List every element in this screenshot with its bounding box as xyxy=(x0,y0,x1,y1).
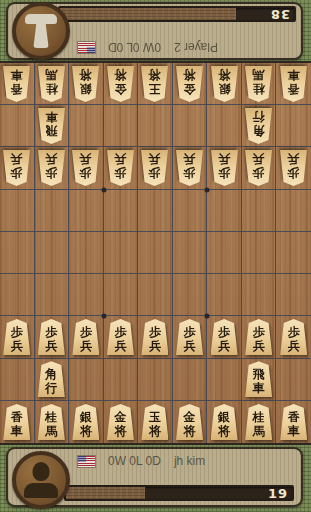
board-cell[interactable]: 歩兵 xyxy=(69,316,104,358)
shogi-piece[interactable]: 歩兵 xyxy=(141,319,168,355)
board-cell[interactable]: 歩兵 xyxy=(138,316,173,358)
board-cell[interactable] xyxy=(242,190,277,232)
piece-kanji: 歩兵 xyxy=(211,150,238,186)
board-cell[interactable]: 歩兵 xyxy=(207,147,242,189)
board-cell[interactable]: 歩兵 xyxy=(138,147,173,189)
board-cell[interactable]: 歩兵 xyxy=(0,316,35,358)
piece-kanji: 金将 xyxy=(107,66,134,102)
board-cell[interactable] xyxy=(276,105,311,147)
piece-kanji: 歩兵 xyxy=(245,150,272,186)
piece-kanji: 歩兵 xyxy=(176,319,203,355)
piece-kanji: 歩兵 xyxy=(38,150,65,186)
shogi-piece[interactable]: 銀将 xyxy=(211,404,238,440)
board-cell[interactable]: 歩兵 xyxy=(104,316,139,358)
board-cell[interactable]: 玉将 xyxy=(138,401,173,443)
piece-kanji: 歩兵 xyxy=(3,319,30,355)
shogi-piece[interactable]: 歩兵 xyxy=(3,319,30,355)
board-cell[interactable] xyxy=(173,359,208,401)
shogi-piece[interactable]: 香車 xyxy=(280,404,307,440)
top-timer-bar: 38 xyxy=(58,6,296,22)
board-cell[interactable]: 歩兵 xyxy=(35,147,70,189)
piece-kanji: 玉将 xyxy=(141,404,168,440)
shogi-piece[interactable]: 金将 xyxy=(107,66,134,102)
piece-kanji: 香車 xyxy=(3,66,30,102)
board-cell[interactable] xyxy=(0,190,35,232)
piece-kanji: 歩兵 xyxy=(72,150,99,186)
shogi-piece[interactable]: 歩兵 xyxy=(245,150,272,186)
piece-kanji: 歩兵 xyxy=(280,319,307,355)
board-cell[interactable] xyxy=(242,232,277,274)
shogi-piece[interactable]: 角行 xyxy=(245,108,272,144)
shogi-piece[interactable]: 桂馬 xyxy=(38,66,65,102)
board-cell[interactable] xyxy=(207,359,242,401)
piece-kanji: 飛車 xyxy=(245,361,272,397)
board-cell[interactable]: 金将 xyxy=(173,63,208,105)
board-cell[interactable] xyxy=(0,359,35,401)
board-cell[interactable] xyxy=(207,190,242,232)
board-cell[interactable] xyxy=(104,274,139,316)
piece-kanji: 銀将 xyxy=(211,404,238,440)
shogi-piece[interactable]: 歩兵 xyxy=(245,319,272,355)
board-cell[interactable]: 銀将 xyxy=(207,63,242,105)
board-cell[interactable]: 歩兵 xyxy=(173,147,208,189)
shogi-piece[interactable]: 歩兵 xyxy=(38,150,65,186)
board-cell[interactable]: 飛車 xyxy=(35,105,70,147)
shogi-piece[interactable]: 歩兵 xyxy=(141,150,168,186)
shogi-piece[interactable]: 飛車 xyxy=(38,108,65,144)
board-cell[interactable] xyxy=(35,232,70,274)
piece-kanji: 飛車 xyxy=(38,108,65,144)
board-cell[interactable] xyxy=(0,274,35,316)
star-point xyxy=(205,314,210,319)
bottom-timer-fill xyxy=(66,487,145,499)
piece-kanji: 角行 xyxy=(245,108,272,144)
board-cell[interactable] xyxy=(173,105,208,147)
shogi-piece[interactable]: 銀将 xyxy=(72,404,99,440)
piece-kanji: 金将 xyxy=(176,404,203,440)
board-cell[interactable] xyxy=(69,274,104,316)
board-cell[interactable] xyxy=(104,105,139,147)
board-cell[interactable]: 銀将 xyxy=(69,401,104,443)
top-player-name: Player 2 xyxy=(174,40,218,54)
piece-kanji: 王将 xyxy=(141,66,168,102)
shogi-piece[interactable]: 歩兵 xyxy=(72,150,99,186)
board-cell[interactable] xyxy=(242,274,277,316)
shogi-app-screen: { "game": "shogi", "position": { "sfen":… xyxy=(0,0,311,512)
board-cell[interactable]: 歩兵 xyxy=(207,316,242,358)
piece-kanji: 歩兵 xyxy=(211,319,238,355)
piece-kanji: 桂馬 xyxy=(38,66,65,102)
board-cell[interactable]: 角行 xyxy=(35,359,70,401)
shogi-piece[interactable]: 玉将 xyxy=(141,404,168,440)
piece-kanji: 桂馬 xyxy=(245,66,272,102)
board-cell[interactable]: 歩兵 xyxy=(276,316,311,358)
shogi-piece[interactable]: 香車 xyxy=(280,66,307,102)
top-player-panel: 38 0W 0L 0D Player 2 xyxy=(6,2,303,60)
board-cell[interactable]: 桂馬 xyxy=(35,63,70,105)
shogi-piece[interactable]: 歩兵 xyxy=(280,319,307,355)
piece-kanji: 角行 xyxy=(38,361,65,397)
shogi-piece[interactable]: 歩兵 xyxy=(72,319,99,355)
shogi-piece[interactable]: 王将 xyxy=(141,66,168,102)
board-cell[interactable] xyxy=(35,190,70,232)
board-cell[interactable]: 金将 xyxy=(104,63,139,105)
board-cell[interactable]: 桂馬 xyxy=(35,401,70,443)
bottom-player-record: 0W 0L 0D xyxy=(108,454,161,468)
board-cell[interactable]: 飛車 xyxy=(242,359,277,401)
board-cell[interactable] xyxy=(0,232,35,274)
shogi-piece[interactable]: 桂馬 xyxy=(245,404,272,440)
top-player-record: 0W 0L 0D xyxy=(108,40,161,54)
piece-kanji: 香車 xyxy=(280,66,307,102)
board-cell[interactable]: 香車 xyxy=(0,401,35,443)
board-cell[interactable]: 金将 xyxy=(104,401,139,443)
board-cell[interactable]: 桂馬 xyxy=(242,63,277,105)
board-cell[interactable]: 歩兵 xyxy=(276,147,311,189)
shogi-piece[interactable]: 香車 xyxy=(3,404,30,440)
shogi-piece[interactable]: 歩兵 xyxy=(107,319,134,355)
board-cell[interactable]: 桂馬 xyxy=(242,401,277,443)
shogi-piece[interactable]: 角行 xyxy=(38,361,65,397)
top-timer-fill xyxy=(60,8,236,20)
piece-kanji: 歩兵 xyxy=(245,319,272,355)
us-flag-icon xyxy=(78,42,95,53)
piece-kanji: 歩兵 xyxy=(107,150,134,186)
board-cell[interactable] xyxy=(173,190,208,232)
shogi-piece[interactable]: 歩兵 xyxy=(3,150,30,186)
top-timer-value: 38 xyxy=(270,7,290,22)
board-cell[interactable] xyxy=(207,105,242,147)
board-cell[interactable] xyxy=(138,190,173,232)
piece-kanji: 金将 xyxy=(107,404,134,440)
piece-kanji: 桂馬 xyxy=(245,404,272,440)
board-cell[interactable]: 王将 xyxy=(138,63,173,105)
piece-kanji: 香車 xyxy=(280,404,307,440)
piece-kanji: 金将 xyxy=(176,66,203,102)
board-cell[interactable] xyxy=(276,359,311,401)
board-cell[interactable] xyxy=(138,274,173,316)
piece-kanji: 香車 xyxy=(3,404,30,440)
board-cell[interactable]: 香車 xyxy=(276,63,311,105)
board-cell[interactable]: 銀将 xyxy=(69,63,104,105)
board-cell[interactable] xyxy=(207,274,242,316)
board-cell[interactable]: 歩兵 xyxy=(242,147,277,189)
piece-kanji: 歩兵 xyxy=(141,150,168,186)
board-cell[interactable]: 歩兵 xyxy=(173,316,208,358)
bottom-player-panel: 0W 0L 0D jh kim 19 xyxy=(6,447,303,507)
board-cell[interactable]: 歩兵 xyxy=(242,316,277,358)
star-point xyxy=(101,187,106,192)
piece-kanji: 桂馬 xyxy=(38,404,65,440)
board-cell[interactable] xyxy=(138,359,173,401)
board-cell[interactable]: 銀将 xyxy=(207,401,242,443)
bottom-timer-value: 19 xyxy=(268,486,288,501)
board-cell[interactable]: 金将 xyxy=(173,401,208,443)
bottom-player-info: 0W 0L 0D jh kim xyxy=(78,454,295,468)
shogi-board[interactable]: 香車桂馬銀将金将王将金将銀将桂馬香車飛車角行歩兵歩兵歩兵歩兵歩兵歩兵歩兵歩兵歩兵… xyxy=(0,61,311,445)
board-cell[interactable] xyxy=(69,105,104,147)
piece-kanji: 銀将 xyxy=(211,66,238,102)
shogi-piece[interactable]: 金将 xyxy=(107,404,134,440)
shogi-piece[interactable]: 銀将 xyxy=(211,66,238,102)
star-point xyxy=(205,187,210,192)
us-flag-icon xyxy=(78,456,95,467)
board-cell[interactable] xyxy=(207,232,242,274)
shogi-piece[interactable]: 歩兵 xyxy=(211,319,238,355)
board-cell[interactable] xyxy=(69,359,104,401)
board-cell[interactable] xyxy=(35,274,70,316)
shogi-piece[interactable]: 歩兵 xyxy=(38,319,65,355)
board-cell[interactable]: 歩兵 xyxy=(104,147,139,189)
shogi-piece[interactable]: 歩兵 xyxy=(280,150,307,186)
board-cell[interactable] xyxy=(276,274,311,316)
board-cell[interactable]: 角行 xyxy=(242,105,277,147)
shogi-piece[interactable]: 飛車 xyxy=(245,361,272,397)
piece-kanji: 銀将 xyxy=(72,404,99,440)
board-cell[interactable] xyxy=(173,232,208,274)
board-cell[interactable] xyxy=(0,105,35,147)
board-cell[interactable] xyxy=(104,232,139,274)
shogi-piece[interactable]: 金将 xyxy=(176,404,203,440)
piece-kanji: 歩兵 xyxy=(141,319,168,355)
board-cell[interactable] xyxy=(173,274,208,316)
piece-kanji: 歩兵 xyxy=(107,319,134,355)
board-cell[interactable] xyxy=(138,105,173,147)
shogi-piece[interactable]: 香車 xyxy=(3,66,30,102)
shogi-piece[interactable]: 金将 xyxy=(176,66,203,102)
bottom-player-avatar[interactable] xyxy=(12,451,70,509)
bottom-player-name: jh kim xyxy=(174,454,205,468)
piece-kanji: 歩兵 xyxy=(280,150,307,186)
piece-kanji: 歩兵 xyxy=(3,150,30,186)
top-player-info: 0W 0L 0D Player 2 xyxy=(78,40,295,54)
board-cell[interactable] xyxy=(276,190,311,232)
piece-kanji: 歩兵 xyxy=(176,150,203,186)
shogi-piece[interactable]: 歩兵 xyxy=(211,150,238,186)
piece-kanji: 銀将 xyxy=(72,66,99,102)
board-cell[interactable] xyxy=(69,190,104,232)
board-cell[interactable] xyxy=(276,232,311,274)
bottom-timer-bar: 19 xyxy=(64,485,294,501)
board-cell[interactable]: 歩兵 xyxy=(35,316,70,358)
shogi-piece[interactable]: 桂馬 xyxy=(245,66,272,102)
board-cell[interactable]: 歩兵 xyxy=(69,147,104,189)
star-point xyxy=(101,314,106,319)
shogi-piece[interactable]: 歩兵 xyxy=(107,150,134,186)
shogi-piece[interactable]: 歩兵 xyxy=(176,150,203,186)
board-cell[interactable] xyxy=(104,190,139,232)
piece-kanji: 歩兵 xyxy=(72,319,99,355)
shogi-piece[interactable]: 銀将 xyxy=(72,66,99,102)
board-cell[interactable]: 香車 xyxy=(276,401,311,443)
piece-kanji: 歩兵 xyxy=(38,319,65,355)
board-cell[interactable]: 香車 xyxy=(0,63,35,105)
top-player-avatar[interactable] xyxy=(12,2,70,60)
shogi-piece[interactable]: 歩兵 xyxy=(176,319,203,355)
board-cell[interactable] xyxy=(104,359,139,401)
shogi-piece-avatar-icon xyxy=(25,14,57,48)
person-avatar-icon xyxy=(23,462,59,498)
board-cell[interactable] xyxy=(138,232,173,274)
shogi-piece[interactable]: 桂馬 xyxy=(38,404,65,440)
board-cell[interactable] xyxy=(69,232,104,274)
board-cell[interactable]: 歩兵 xyxy=(0,147,35,189)
